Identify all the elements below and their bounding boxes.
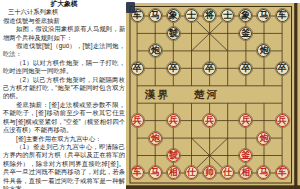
piece-black-guo: 虢 [166, 26, 181, 41]
piece-black-elephant: 象 [166, 8, 181, 23]
piece-black-soldier: 卒 [238, 61, 253, 76]
piece-black-advisor: 士 [220, 8, 235, 23]
piece-red-soldier: 兵 [130, 113, 145, 128]
piece-red-horse: 马 [148, 165, 163, 180]
piece-black-horse: 马 [148, 8, 163, 23]
piece-label: 兵 [133, 116, 142, 125]
piece-label: 士 [223, 11, 232, 20]
piece-label: 车 [278, 11, 287, 20]
corner-artifact-mark [126, 2, 135, 13]
piece-label: 釜 [241, 29, 250, 38]
article-column: 扩大象棋 三十六计系列象棋 假道伐虢与釜底抽薪 如图，假设沿用象棋原有人马规则，… [3, 0, 125, 189]
piece-black-cannon: 炮 [148, 43, 163, 58]
piece-black-soldier: 卒 [166, 61, 181, 76]
piece-label: 车 [278, 168, 287, 177]
piece-label: 兵 [241, 116, 250, 125]
piece-label: 卒 [169, 64, 178, 73]
piece-label: 马 [151, 11, 160, 20]
piece-red-advisor: 仕 [184, 165, 199, 180]
piece-label: 马 [259, 11, 268, 20]
paragraph: 如图，假设沿用象棋原有人马规则，新增两个兵种及规则如下： [3, 25, 125, 42]
piece-black-elephant: 象 [238, 8, 253, 23]
article-heading: 假道伐虢与釜底抽薪 [3, 17, 125, 25]
piece-red-guo: 虢 [166, 148, 181, 163]
piece-red-advisor: 仕 [220, 165, 235, 180]
piece-label: 马 [259, 168, 268, 177]
piece-label: 釜 [241, 151, 250, 160]
piece-grid: 车马象士将士象马车虢釜炮炮卒卒卒卒卒兵兵兵兵兵炮炮虢釜车马相仕帅仕相马车 [128, 7, 291, 181]
piece-label: 炮 [151, 134, 160, 143]
piece-label: 卒 [133, 64, 142, 73]
piece-red-horse: 马 [256, 165, 271, 180]
piece-label: 兵 [205, 116, 214, 125]
piece-black-cannon: 炮 [256, 43, 271, 58]
article-title: 扩大象棋 [3, 0, 125, 8]
paragraph: [釜]主要作用在双方九宫中心： [3, 135, 125, 143]
piece-label: 帅 [205, 168, 214, 177]
piece-label: 仕 [187, 168, 196, 177]
piece-red-chariot: 车 [130, 165, 145, 180]
paragraph: （1）以对方棋作炮架，隔一子打吃，吃时连同炮架一同吃掉。 [3, 59, 125, 76]
piece-black-soldier: 卒 [275, 61, 290, 76]
paragraph: 假道伐虢[虢]（guó），[虢]走法同炮，吃法： [3, 42, 125, 59]
piece-label: 卒 [241, 64, 250, 73]
piece-red-elephant: 相 [238, 165, 253, 180]
paragraph: 釜底抽薪：[釜]走法横或竖步数不限，不能吃子，[釜]移动前至少有一枚其它任意棋与… [3, 101, 125, 135]
piece-black-chariot: 车 [275, 8, 290, 23]
piece-red-elephant: 相 [166, 165, 181, 180]
piece-red-general: 帅 [202, 165, 217, 180]
piece-label: 炮 [151, 46, 160, 55]
piece-black-soldier: 卒 [130, 61, 145, 76]
piece-black-soldier: 卒 [202, 61, 217, 76]
piece-label: 卒 [205, 64, 214, 73]
piece-label: 卒 [278, 64, 287, 73]
piece-label: 车 [133, 168, 142, 177]
piece-black-general: 将 [202, 8, 217, 23]
piece-label: 相 [169, 168, 178, 177]
piece-red-cannon: 炮 [148, 131, 163, 146]
piece-red-soldier: 兵 [202, 113, 217, 128]
piece-label: 虢 [169, 151, 178, 160]
piece-red-soldier: 兵 [275, 113, 290, 128]
piece-red-soldier: 兵 [238, 113, 253, 128]
piece-black-advisor: 士 [184, 8, 199, 23]
piece-label: 相 [241, 168, 250, 177]
piece-label: 兵 [169, 116, 178, 125]
piece-red-cannon: 炮 [256, 131, 271, 146]
piece-label: 炮 [259, 46, 268, 55]
piece-label: 士 [187, 11, 196, 20]
piece-label: 炮 [259, 134, 268, 143]
piece-red-soldier: 兵 [166, 113, 181, 128]
piece-label: 马 [151, 168, 160, 177]
paragraph: （2）以己方棋作炮架时，只能隔两枚己方棋才能打吃，“炮架”不能同时包含双方的棋。 [3, 76, 125, 101]
piece-label: 象 [169, 11, 178, 20]
piece-black-horse: 马 [256, 8, 271, 23]
piece-label: 虢 [169, 29, 178, 38]
piece-black-fu: 釜 [238, 26, 253, 41]
piece-label: 仕 [223, 168, 232, 177]
piece-red-chariot: 车 [275, 165, 290, 180]
article-subtitle: 三十六计系列象棋 [3, 8, 125, 16]
piece-label: 兵 [278, 116, 287, 125]
piece-red-fu: 釜 [238, 148, 253, 163]
piece-label: 将 [205, 11, 214, 20]
xiangqi-board: 漢界 楚河 车马象士将士象马车虢釜炮炮卒卒卒卒卒兵兵兵兵兵炮炮虢釜车马相仕帅仕相… [126, 0, 300, 189]
paragraph: （1）釜走到己方九宫中心，即清除己方界内的所有对方棋（兵卒以及正在将军的棋除外）… [3, 143, 125, 189]
piece-label: 象 [241, 11, 250, 20]
